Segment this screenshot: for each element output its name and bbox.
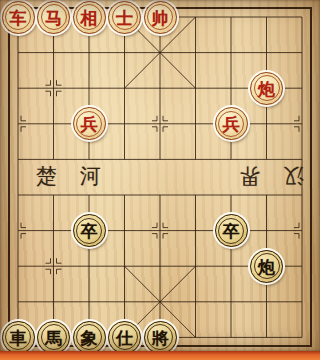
piece-glyph: 兵 <box>81 116 98 133</box>
red-general[interactable]: 帅 <box>144 1 177 34</box>
piece-glyph: 相 <box>81 9 98 26</box>
black-general[interactable]: 將 <box>144 321 177 351</box>
piece-glyph: 仕 <box>116 329 133 346</box>
black-advisor[interactable]: 仕 <box>108 321 141 351</box>
red-soldier[interactable]: 兵 <box>73 107 106 140</box>
black-chariot[interactable]: 車 <box>2 321 35 351</box>
red-advisor[interactable]: 士 <box>108 1 141 34</box>
piece-glyph: 卒 <box>81 223 98 240</box>
black-soldier[interactable]: 卒 <box>215 214 248 247</box>
piece-glyph: 卒 <box>223 223 240 240</box>
piece-glyph: 马 <box>45 9 62 26</box>
red-horse[interactable]: 马 <box>37 1 70 34</box>
piece-glyph: 车 <box>10 9 27 26</box>
piece-glyph: 帅 <box>152 9 169 26</box>
black-horse[interactable]: 馬 <box>37 321 70 351</box>
red-elephant[interactable]: 相 <box>73 1 106 34</box>
piece-glyph: 象 <box>81 329 98 346</box>
red-soldier[interactable]: 兵 <box>215 107 248 140</box>
piece-glyph: 車 <box>10 329 27 346</box>
piece-glyph: 兵 <box>223 116 240 133</box>
bottom-bar <box>0 351 320 360</box>
piece-glyph: 將 <box>152 329 169 346</box>
piece-glyph: 士 <box>116 9 133 26</box>
black-cannon[interactable]: 炮 <box>250 250 283 283</box>
piece-glyph: 炮 <box>258 80 275 97</box>
red-chariot[interactable]: 车 <box>2 1 35 34</box>
red-cannon[interactable]: 炮 <box>250 72 283 105</box>
black-elephant[interactable]: 象 <box>73 321 106 351</box>
piece-glyph: 炮 <box>258 258 275 275</box>
black-soldier[interactable]: 卒 <box>73 214 106 247</box>
xiangqi-app: 楚 河 汉 界 车马相士帅炮兵兵卒卒炮車馬象仕將 <box>0 0 320 360</box>
xiangqi-board: 楚 河 汉 界 车马相士帅炮兵兵卒卒炮車馬象仕將 <box>0 0 320 351</box>
piece-grid: 车马相士帅炮兵兵卒卒炮車馬象仕將 <box>0 0 320 351</box>
piece-glyph: 馬 <box>45 329 62 346</box>
